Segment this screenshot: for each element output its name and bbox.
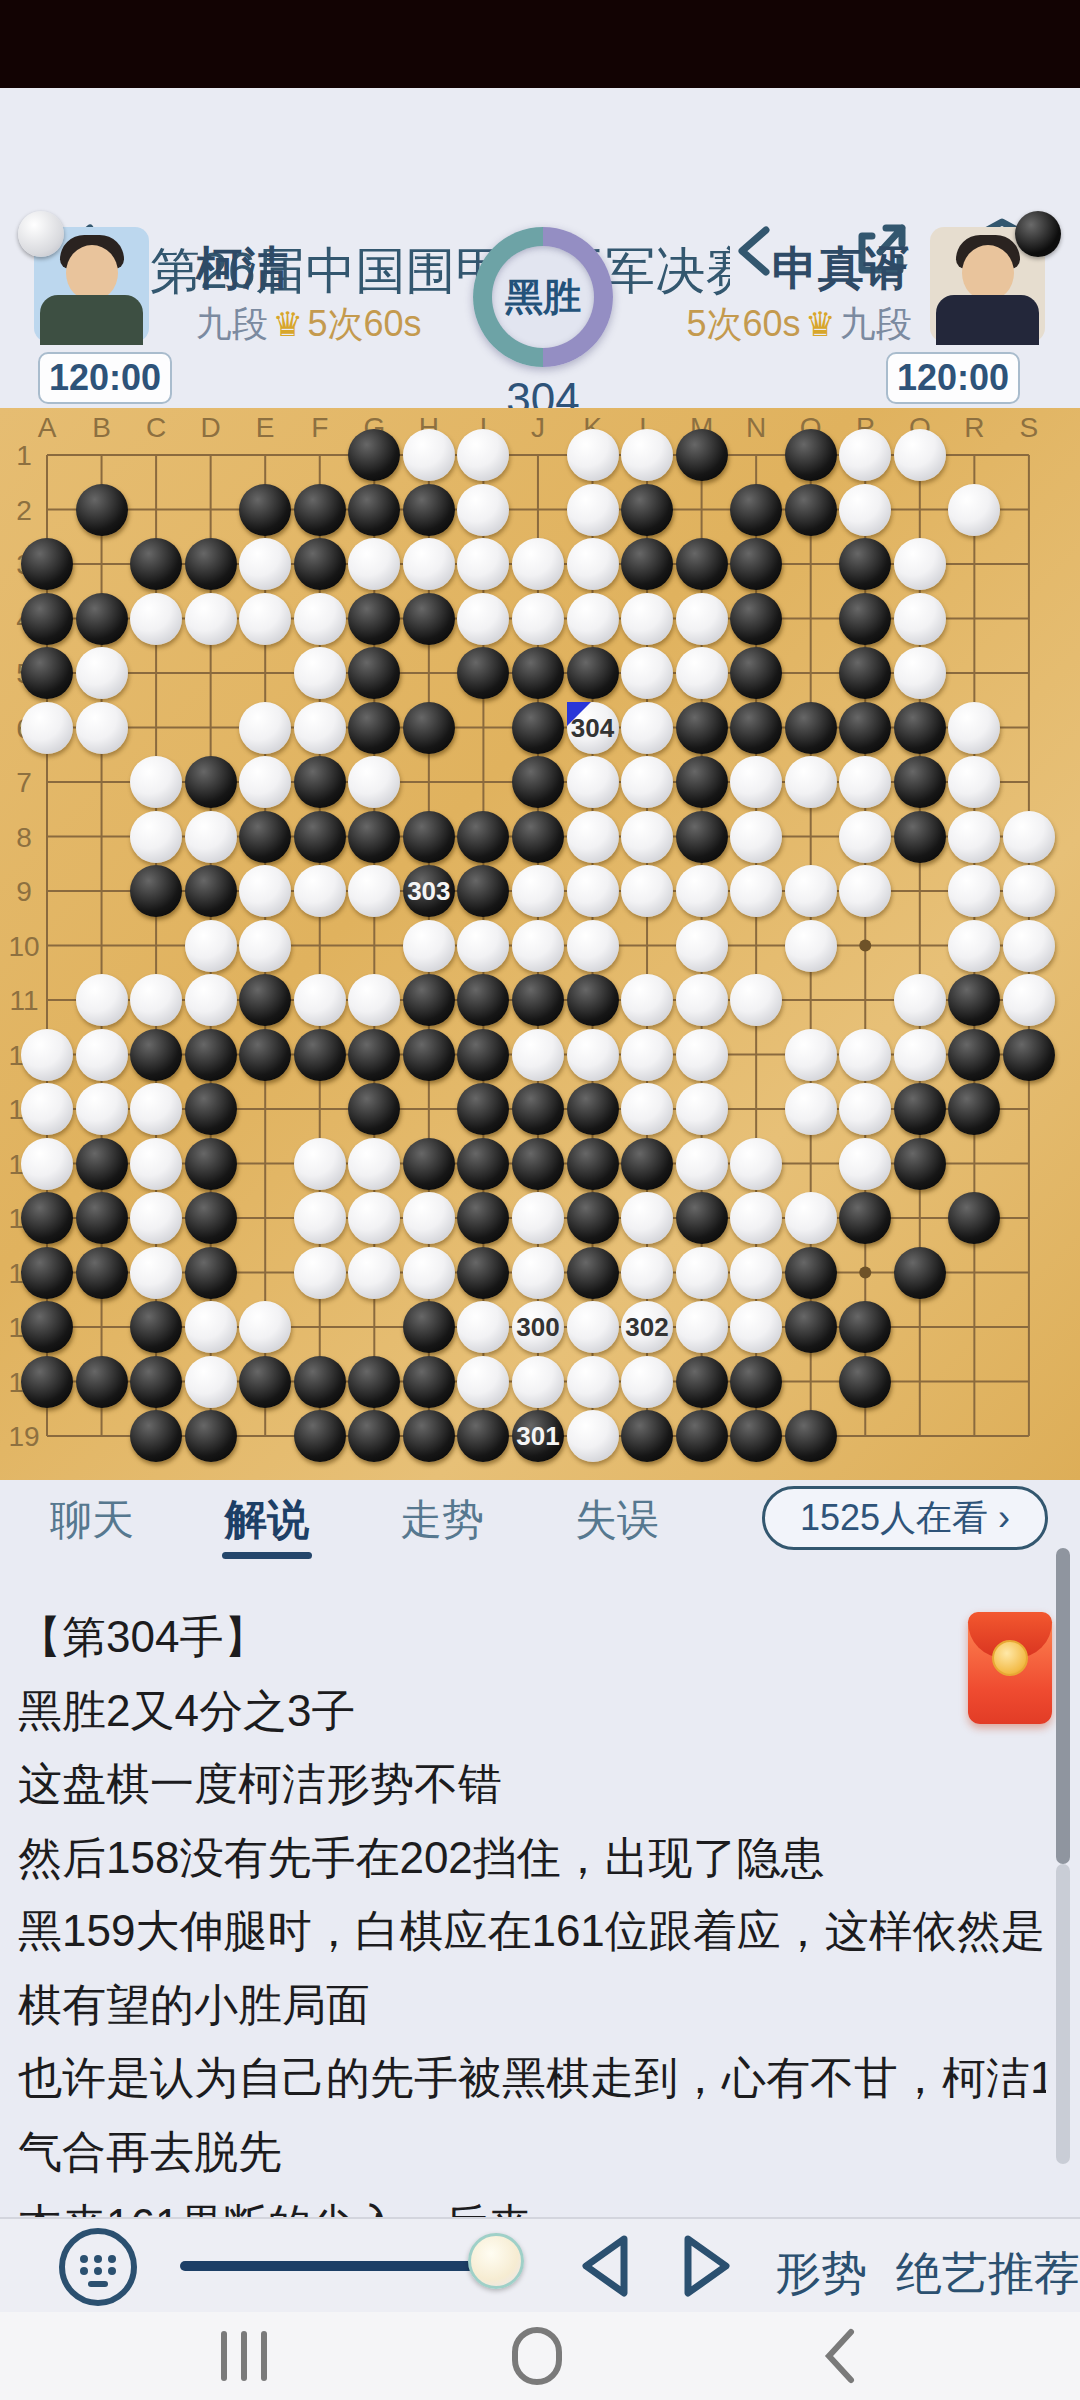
go-stone-O7 <box>785 756 837 808</box>
go-stone-J17: 300 <box>512 1301 564 1353</box>
go-stone-N5 <box>730 647 782 699</box>
go-stone-D10 <box>185 920 237 972</box>
player-left-sub: 九段 ♛ 5次60s <box>196 300 421 349</box>
go-stone-J10 <box>512 920 564 972</box>
go-stone-R9 <box>948 865 1000 917</box>
go-stone-D3 <box>185 538 237 590</box>
go-stone-B15 <box>76 1192 128 1244</box>
tab-commentary[interactable]: 解说 <box>225 1492 309 1548</box>
go-stone-C17 <box>130 1301 182 1353</box>
go-stone-D13 <box>185 1083 237 1135</box>
go-stone-I14 <box>457 1138 509 1190</box>
player-right-rank: 九段 <box>840 303 912 344</box>
go-stone-I3 <box>457 538 509 590</box>
go-stone-I15 <box>457 1192 509 1244</box>
crown-icon: ♛ <box>805 305 835 343</box>
go-stone-F11 <box>294 974 346 1026</box>
bottom-toolbar: 形势 绝艺推荐 <box>0 2217 1080 2312</box>
go-stone-I12 <box>457 1029 509 1081</box>
go-stone-D7 <box>185 756 237 808</box>
go-stone-R13 <box>948 1083 1000 1135</box>
go-stone-A3 <box>21 538 73 590</box>
go-stone-O16 <box>785 1247 837 1299</box>
go-stone-I5 <box>457 647 509 699</box>
go-stone-K18 <box>567 1356 619 1408</box>
go-stone-R12 <box>948 1029 1000 1081</box>
go-stone-L13 <box>621 1083 673 1135</box>
go-stone-E10 <box>239 920 291 972</box>
go-stone-L2 <box>621 484 673 536</box>
go-stone-O15 <box>785 1192 837 1244</box>
go-stone-J9 <box>512 865 564 917</box>
go-stone-S11 <box>1003 974 1055 1026</box>
go-stone-H18 <box>403 1356 455 1408</box>
home-button[interactable] <box>505 2324 569 2388</box>
go-stone-K12 <box>567 1029 619 1081</box>
go-stone-M8 <box>676 811 728 863</box>
go-stone-G1 <box>348 429 400 481</box>
go-stone-Q3 <box>894 538 946 590</box>
svg-text:N: N <box>746 412 766 443</box>
go-stone-M1 <box>676 429 728 481</box>
go-stone-M9 <box>676 865 728 917</box>
go-stone-P5 <box>839 647 891 699</box>
go-stone-B14 <box>76 1138 128 1190</box>
svg-text:S: S <box>1020 412 1039 443</box>
black-stone-badge <box>1015 211 1061 257</box>
go-stone-K11 <box>567 974 619 1026</box>
go-stone-J8 <box>512 811 564 863</box>
go-stone-K10 <box>567 920 619 972</box>
go-stone-H17 <box>403 1301 455 1353</box>
go-stone-G6 <box>348 702 400 754</box>
go-stone-K16 <box>567 1247 619 1299</box>
go-stone-L11 <box>621 974 673 1026</box>
go-stone-M16 <box>676 1247 728 1299</box>
go-stone-I1 <box>457 429 509 481</box>
go-stone-M18 <box>676 1356 728 1408</box>
go-stone-C8 <box>130 811 182 863</box>
go-stone-L12 <box>621 1029 673 1081</box>
go-stone-H10 <box>403 920 455 972</box>
player-left-clock: 120:00 <box>38 352 172 404</box>
go-stone-K19 <box>567 1410 619 1462</box>
go-stone-J6 <box>512 702 564 754</box>
go-stone-M5 <box>676 647 728 699</box>
go-stone-P8 <box>839 811 891 863</box>
go-stone-Q11 <box>894 974 946 1026</box>
go-stone-P17 <box>839 1301 891 1353</box>
go-stone-K8 <box>567 811 619 863</box>
svg-text:2: 2 <box>16 495 32 526</box>
svg-text:B: B <box>92 412 111 443</box>
go-stone-Q13 <box>894 1083 946 1135</box>
go-stone-D4 <box>185 593 237 645</box>
go-stone-L4 <box>621 593 673 645</box>
recents-button[interactable] <box>212 2326 282 2386</box>
go-stone-M6 <box>676 702 728 754</box>
go-stone-C19 <box>130 1410 182 1462</box>
go-stone-O6 <box>785 702 837 754</box>
go-stone-J11 <box>512 974 564 1026</box>
go-stone-D17 <box>185 1301 237 1353</box>
go-stone-L7 <box>621 756 673 808</box>
result-label: 黑胜 <box>505 272 581 323</box>
go-stone-K1 <box>567 429 619 481</box>
commentary-line-4: 然后158没有先手在202挡住，出现了隐患 <box>18 1829 1028 1888</box>
next-move-icon[interactable] <box>678 2231 740 2301</box>
go-stone-P14 <box>839 1138 891 1190</box>
go-stone-P18 <box>839 1356 891 1408</box>
go-stone-A15 <box>21 1192 73 1244</box>
red-envelope-icon[interactable] <box>968 1612 1052 1724</box>
go-stone-C3 <box>130 538 182 590</box>
go-stone-O19 <box>785 1410 837 1462</box>
go-stone-C15 <box>130 1192 182 1244</box>
go-stone-H16 <box>403 1247 455 1299</box>
go-stone-J13 <box>512 1083 564 1135</box>
go-stone-O17 <box>785 1301 837 1353</box>
tab-mistakes[interactable]: 失误 <box>575 1492 659 1548</box>
go-stone-H14 <box>403 1138 455 1190</box>
player-right-sub: 5次60s ♛ 九段 <box>640 300 912 349</box>
go-stone-H6 <box>403 702 455 754</box>
go-stone-C9 <box>130 865 182 917</box>
go-stone-G4 <box>348 593 400 645</box>
go-stone-E12 <box>239 1029 291 1081</box>
go-stone-A4 <box>21 593 73 645</box>
go-stone-M13 <box>676 1083 728 1135</box>
go-stone-K14 <box>567 1138 619 1190</box>
svg-text:1: 1 <box>16 440 32 471</box>
go-stone-K17 <box>567 1301 619 1353</box>
go-stone-R10 <box>948 920 1000 972</box>
go-stone-R6 <box>948 702 1000 754</box>
player-right <box>930 227 1045 342</box>
go-stone-A17 <box>21 1301 73 1353</box>
go-stone-R8 <box>948 811 1000 863</box>
go-stone-B5 <box>76 647 128 699</box>
go-stone-C11 <box>130 974 182 1026</box>
go-stone-F18 <box>294 1356 346 1408</box>
go-stone-F19 <box>294 1410 346 1462</box>
go-stone-D8 <box>185 811 237 863</box>
go-stone-P2 <box>839 484 891 536</box>
svg-text:9: 9 <box>16 876 32 907</box>
go-stone-E9 <box>239 865 291 917</box>
go-stone-L8 <box>621 811 673 863</box>
go-stone-A18 <box>21 1356 73 1408</box>
go-stone-N3 <box>730 538 782 590</box>
move-slider-track[interactable] <box>180 2261 500 2271</box>
svg-text:A: A <box>38 412 57 443</box>
go-stone-P12 <box>839 1029 891 1081</box>
go-board[interactable]: A1B2C3D4E5F6G7H8I9J10K11L12M13N14O15P16Q… <box>0 408 1080 1480</box>
go-stone-B4 <box>76 593 128 645</box>
go-stone-N9 <box>730 865 782 917</box>
go-stone-N7 <box>730 756 782 808</box>
go-stone-I10 <box>457 920 509 972</box>
go-stone-E6 <box>239 702 291 754</box>
go-stone-P7 <box>839 756 891 808</box>
go-stone-M11 <box>676 974 728 1026</box>
go-stone-K13 <box>567 1083 619 1135</box>
go-stone-C7 <box>130 756 182 808</box>
go-stone-J7 <box>512 756 564 808</box>
go-stone-F14 <box>294 1138 346 1190</box>
svg-text:D: D <box>201 412 221 443</box>
comment-keyboard-icon[interactable] <box>56 2225 140 2309</box>
go-stone-O9 <box>785 865 837 917</box>
go-stone-O13 <box>785 1083 837 1135</box>
go-stone-L1 <box>621 429 673 481</box>
go-stone-I8 <box>457 811 509 863</box>
last-move-marker <box>567 702 591 726</box>
svg-text:19: 19 <box>8 1421 39 1452</box>
go-stone-G14 <box>348 1138 400 1190</box>
go-stone-I18 <box>457 1356 509 1408</box>
go-stone-L6 <box>621 702 673 754</box>
go-stone-Q8 <box>894 811 946 863</box>
prev-move-icon[interactable] <box>572 2231 634 2301</box>
go-stone-Q5 <box>894 647 946 699</box>
go-stone-R2 <box>948 484 1000 536</box>
go-stone-G13 <box>348 1083 400 1135</box>
go-stone-P4 <box>839 593 891 645</box>
go-stone-F15 <box>294 1192 346 1244</box>
go-stone-I9 <box>457 865 509 917</box>
go-stone-G18 <box>348 1356 400 1408</box>
go-stone-L9 <box>621 865 673 917</box>
commentary-line-9: 本来161果断的尖入，后来 <box>18 2196 1028 2217</box>
go-stone-D18 <box>185 1356 237 1408</box>
go-stone-I13 <box>457 1083 509 1135</box>
go-stone-F7 <box>294 756 346 808</box>
tab-trend[interactable]: 走势 <box>400 1492 484 1548</box>
go-stone-P6 <box>839 702 891 754</box>
svg-text:F: F <box>311 412 328 443</box>
android-nav-bar <box>0 2312 1080 2400</box>
go-stone-K2 <box>567 484 619 536</box>
go-stone-N18 <box>730 1356 782 1408</box>
tab-chat[interactable]: 聊天 <box>50 1492 134 1548</box>
svg-text:R: R <box>964 412 984 443</box>
situation-button[interactable]: 形势 <box>775 2243 867 2305</box>
svg-text:E: E <box>256 412 275 443</box>
go-stone-O12 <box>785 1029 837 1081</box>
viewers-pill[interactable]: 1525人在看 › <box>762 1486 1048 1550</box>
go-stone-F9 <box>294 865 346 917</box>
active-tab-underline <box>222 1552 312 1559</box>
ai-suggest-button[interactable]: 绝艺推荐 <box>896 2243 1080 2305</box>
go-stone-N17 <box>730 1301 782 1353</box>
go-stone-M19 <box>676 1410 728 1462</box>
player-right-byoyomi: 5次60s <box>687 303 801 344</box>
go-stone-D15 <box>185 1192 237 1244</box>
svg-text:7: 7 <box>16 767 32 798</box>
go-stone-H19 <box>403 1410 455 1462</box>
go-stone-B12 <box>76 1029 128 1081</box>
go-stone-L16 <box>621 1247 673 1299</box>
go-stone-I11 <box>457 974 509 1026</box>
go-stone-J3 <box>512 538 564 590</box>
scrollbar-thumb[interactable] <box>1056 1548 1070 1864</box>
go-stone-P9 <box>839 865 891 917</box>
go-stone-D14 <box>185 1138 237 1190</box>
go-stone-H2 <box>403 484 455 536</box>
go-stone-J18 <box>512 1356 564 1408</box>
back-button[interactable] <box>815 2326 865 2386</box>
viewers-count: 1525人在看 <box>800 1494 988 1543</box>
go-stone-E4 <box>239 593 291 645</box>
go-stone-P13 <box>839 1083 891 1135</box>
commentary-line-6: 棋有望的小胜局面 <box>18 1976 1028 2035</box>
go-stone-E11 <box>239 974 291 1026</box>
go-stone-M7 <box>676 756 728 808</box>
go-stone-Q12 <box>894 1029 946 1081</box>
go-stone-A13 <box>21 1083 73 1135</box>
go-stone-F16 <box>294 1247 346 1299</box>
commentary-line-1: 【第304手】 <box>18 1608 1028 1667</box>
move-slider-thumb[interactable] <box>468 2233 524 2289</box>
go-stone-J14 <box>512 1138 564 1190</box>
go-stone-M12 <box>676 1029 728 1081</box>
go-stone-Q6 <box>894 702 946 754</box>
go-stone-E18 <box>239 1356 291 1408</box>
result-donut: 黑胜 <box>473 227 613 367</box>
go-stone-K3 <box>567 538 619 590</box>
go-stone-H4 <box>403 593 455 645</box>
go-stone-Q4 <box>894 593 946 645</box>
go-stone-D9 <box>185 865 237 917</box>
go-stone-E17 <box>239 1301 291 1353</box>
go-stone-G3 <box>348 538 400 590</box>
go-stone-M15 <box>676 1192 728 1244</box>
go-stone-Q14 <box>894 1138 946 1190</box>
go-stone-A14 <box>21 1138 73 1190</box>
go-stone-B11 <box>76 974 128 1026</box>
go-stone-H1 <box>403 429 455 481</box>
go-stone-F2 <box>294 484 346 536</box>
go-stone-B2 <box>76 484 128 536</box>
commentary-line-8: 气合再去脱先 <box>18 2123 1028 2182</box>
svg-text:8: 8 <box>16 822 32 853</box>
crown-icon: ♛ <box>272 305 302 343</box>
go-stone-I16 <box>457 1247 509 1299</box>
go-stone-E8 <box>239 811 291 863</box>
go-stone-F3 <box>294 538 346 590</box>
svg-text:11: 11 <box>9 985 38 1016</box>
go-stone-F8 <box>294 811 346 863</box>
player-right-clock: 120:00 <box>886 352 1020 404</box>
go-stone-M4 <box>676 593 728 645</box>
go-stone-L19 <box>621 1410 673 1462</box>
svg-text:C: C <box>146 412 166 443</box>
go-stone-K4 <box>567 593 619 645</box>
go-stone-L14 <box>621 1138 673 1190</box>
commentary-line-7: 也许是认为自己的先手被黑棋走到，心有不甘，柯洁160 <box>18 2049 1028 2108</box>
go-stone-G7 <box>348 756 400 808</box>
go-stone-K9 <box>567 865 619 917</box>
go-stone-F5 <box>294 647 346 699</box>
go-stone-N4 <box>730 593 782 645</box>
go-stone-M17 <box>676 1301 728 1353</box>
go-stone-I4 <box>457 593 509 645</box>
go-stone-O2 <box>785 484 837 536</box>
go-stone-M3 <box>676 538 728 590</box>
go-stone-K15 <box>567 1192 619 1244</box>
commentary-line-5: 黑159大伸腿时，白棋应在161位跟着应，这样依然是白 <box>18 1902 1028 1961</box>
go-stone-R15 <box>948 1192 1000 1244</box>
go-stone-C12 <box>130 1029 182 1081</box>
go-stone-G12 <box>348 1029 400 1081</box>
go-stone-K6: 304 <box>567 702 619 754</box>
go-stone-G2 <box>348 484 400 536</box>
go-stone-G16 <box>348 1247 400 1299</box>
go-stone-L17: 302 <box>621 1301 673 1353</box>
go-stone-G11 <box>348 974 400 1026</box>
go-stone-J12 <box>512 1029 564 1081</box>
go-stone-S8 <box>1003 811 1055 863</box>
go-stone-A16 <box>21 1247 73 1299</box>
go-stone-O10 <box>785 920 837 972</box>
go-stone-C4 <box>130 593 182 645</box>
svg-text:J: J <box>531 412 545 443</box>
go-stone-I17 <box>457 1301 509 1353</box>
scrollbar-track <box>1056 1864 1070 2164</box>
go-stone-I2 <box>457 484 509 536</box>
go-stone-M10 <box>676 920 728 972</box>
go-stone-K7 <box>567 756 619 808</box>
go-stone-Q1 <box>894 429 946 481</box>
go-stone-Q7 <box>894 756 946 808</box>
go-stone-G8 <box>348 811 400 863</box>
go-stone-N16 <box>730 1247 782 1299</box>
go-stone-J15 <box>512 1192 564 1244</box>
go-stone-H9: 303 <box>403 865 455 917</box>
go-stone-P1 <box>839 429 891 481</box>
go-stone-C14 <box>130 1138 182 1190</box>
go-stone-F4 <box>294 593 346 645</box>
go-stone-L18 <box>621 1356 673 1408</box>
go-stone-A6 <box>21 702 73 754</box>
player-left <box>34 227 149 342</box>
go-stone-P3 <box>839 538 891 590</box>
go-stone-G15 <box>348 1192 400 1244</box>
status-bar <box>0 0 1080 88</box>
go-stone-N2 <box>730 484 782 536</box>
go-stone-S9 <box>1003 865 1055 917</box>
go-stone-H8 <box>403 811 455 863</box>
go-stone-N11 <box>730 974 782 1026</box>
go-stone-G9 <box>348 865 400 917</box>
go-stone-G5 <box>348 647 400 699</box>
go-stone-F12 <box>294 1029 346 1081</box>
go-stone-E2 <box>239 484 291 536</box>
player-left-name: 柯洁 <box>196 238 288 300</box>
go-stone-E3 <box>239 538 291 590</box>
go-stone-A5 <box>21 647 73 699</box>
player-right-name: 申真谞 <box>770 238 910 300</box>
go-stone-C18 <box>130 1356 182 1408</box>
svg-text:10: 10 <box>8 931 39 962</box>
go-stone-N15 <box>730 1192 782 1244</box>
go-stone-J5 <box>512 647 564 699</box>
go-stone-I19 <box>457 1410 509 1462</box>
go-stone-N6 <box>730 702 782 754</box>
go-stone-L3 <box>621 538 673 590</box>
go-stone-D16 <box>185 1247 237 1299</box>
